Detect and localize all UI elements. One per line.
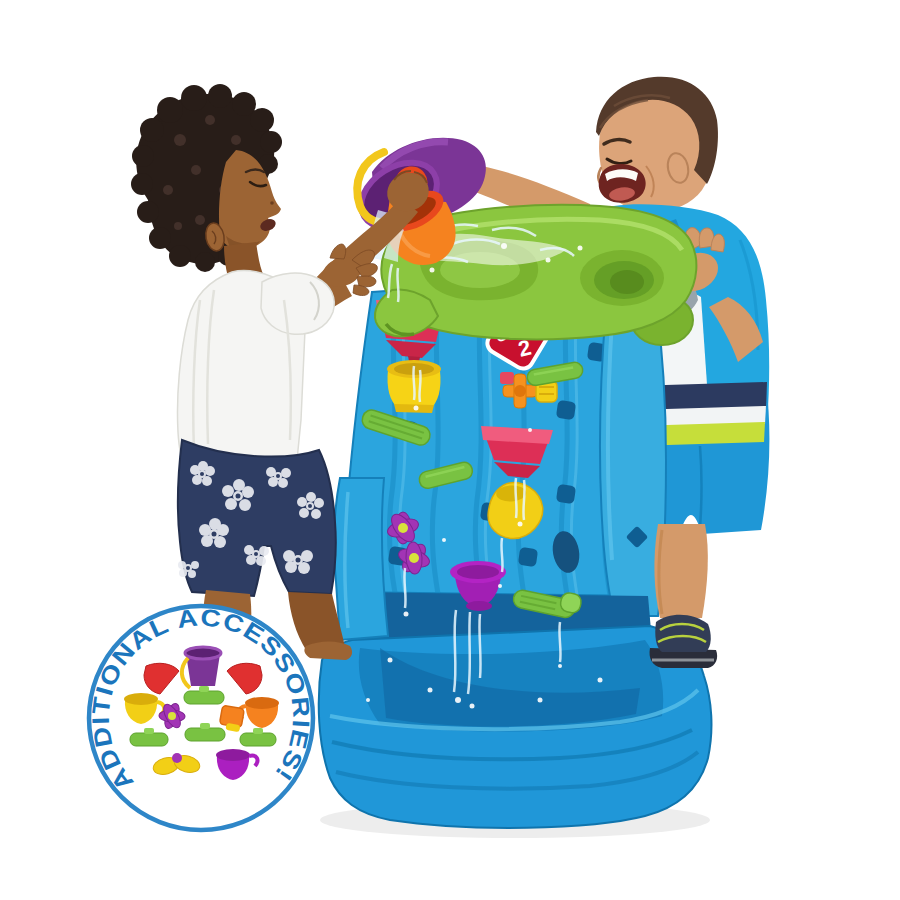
toddler-back-foot (304, 642, 352, 661)
toddler-nostril (270, 201, 274, 205)
accessories-badge: ADDITIONAL ACCESSORIES! (87, 603, 316, 830)
toddler-shorts (178, 440, 336, 596)
boy-sandal (650, 615, 718, 668)
toddler-shirt-sleeve (261, 273, 334, 334)
tray-right-pocket-deep (610, 270, 644, 294)
product-photo-stage: STEP 2 (0, 0, 900, 900)
boy-leg-sandal (650, 524, 718, 668)
waterfall-discovery-wall-toy: STEP 2 (319, 205, 712, 838)
toy-left-pillar (334, 478, 388, 640)
scene: STEP 2 (0, 0, 900, 900)
